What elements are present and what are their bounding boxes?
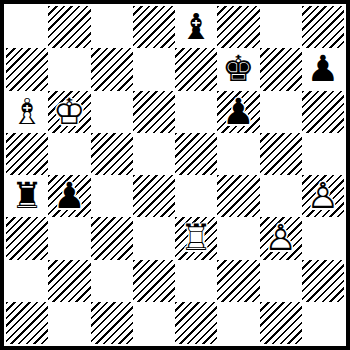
square-f2[interactable]: [217, 260, 259, 302]
black-king-icon: ♚: [217, 48, 259, 90]
square-h5[interactable]: [302, 133, 344, 175]
square-b3[interactable]: [48, 217, 90, 259]
square-b5[interactable]: [48, 133, 90, 175]
white-bishop-icon: ♗: [6, 91, 48, 133]
square-h2[interactable]: [302, 260, 344, 302]
square-b7[interactable]: [48, 48, 90, 90]
square-c8[interactable]: [91, 6, 133, 48]
square-c6[interactable]: [91, 91, 133, 133]
square-a6[interactable]: ♝♗: [6, 91, 48, 133]
white-pawn-icon: ♙: [260, 217, 302, 259]
white-rook-icon: ♖: [175, 217, 217, 259]
square-e1[interactable]: [175, 302, 217, 344]
square-f7[interactable]: ♚♚: [217, 48, 259, 90]
piece-white-bishop[interactable]: ♝♗: [6, 91, 48, 133]
square-g4[interactable]: [260, 175, 302, 217]
square-g6[interactable]: [260, 91, 302, 133]
square-c4[interactable]: [91, 175, 133, 217]
square-h7[interactable]: ♟♟: [302, 48, 344, 90]
square-d6[interactable]: [133, 91, 175, 133]
square-c1[interactable]: [91, 302, 133, 344]
square-e3[interactable]: ♜♖: [175, 217, 217, 259]
square-d7[interactable]: [133, 48, 175, 90]
piece-black-bishop[interactable]: ♝♝: [175, 6, 217, 48]
square-b2[interactable]: [48, 260, 90, 302]
square-a2[interactable]: [6, 260, 48, 302]
black-pawn-icon: ♟: [48, 175, 90, 217]
square-a5[interactable]: [6, 133, 48, 175]
square-f6[interactable]: ♟♟: [217, 91, 259, 133]
piece-black-king[interactable]: ♚♚: [217, 48, 259, 90]
square-d8[interactable]: [133, 6, 175, 48]
black-bishop-icon: ♝: [175, 6, 217, 48]
square-d5[interactable]: [133, 133, 175, 175]
square-h1[interactable]: [302, 302, 344, 344]
square-d1[interactable]: [133, 302, 175, 344]
square-g5[interactable]: [260, 133, 302, 175]
square-b6[interactable]: ♚♔: [48, 91, 90, 133]
piece-black-rook[interactable]: ♜♜: [6, 175, 48, 217]
square-d2[interactable]: [133, 260, 175, 302]
square-h4[interactable]: ♟♙: [302, 175, 344, 217]
square-f3[interactable]: [217, 217, 259, 259]
square-e6[interactable]: [175, 91, 217, 133]
piece-white-pawn[interactable]: ♟♙: [260, 217, 302, 259]
square-g8[interactable]: [260, 6, 302, 48]
square-e4[interactable]: [175, 175, 217, 217]
square-b8[interactable]: [48, 6, 90, 48]
square-a4[interactable]: ♜♜: [6, 175, 48, 217]
square-c5[interactable]: [91, 133, 133, 175]
black-pawn-icon: ♟: [217, 91, 259, 133]
chess-board-frame: ♝♝♚♚♟♟♝♗♚♔♟♟♜♜♟♟♟♙♜♖♟♙: [0, 0, 350, 350]
square-b1[interactable]: [48, 302, 90, 344]
black-rook-icon: ♜: [6, 175, 48, 217]
square-h3[interactable]: [302, 217, 344, 259]
square-b4[interactable]: ♟♟: [48, 175, 90, 217]
square-g1[interactable]: [260, 302, 302, 344]
square-c7[interactable]: [91, 48, 133, 90]
square-d4[interactable]: [133, 175, 175, 217]
piece-black-pawn[interactable]: ♟♟: [302, 48, 344, 90]
chess-board: ♝♝♚♚♟♟♝♗♚♔♟♟♜♜♟♟♟♙♜♖♟♙: [6, 6, 344, 344]
square-c3[interactable]: [91, 217, 133, 259]
square-a3[interactable]: [6, 217, 48, 259]
square-e7[interactable]: [175, 48, 217, 90]
piece-white-king[interactable]: ♚♔: [48, 91, 90, 133]
square-h8[interactable]: [302, 6, 344, 48]
piece-white-pawn[interactable]: ♟♙: [302, 175, 344, 217]
piece-white-rook[interactable]: ♜♖: [175, 217, 217, 259]
square-f8[interactable]: [217, 6, 259, 48]
square-f5[interactable]: [217, 133, 259, 175]
square-g7[interactable]: [260, 48, 302, 90]
piece-black-pawn[interactable]: ♟♟: [48, 175, 90, 217]
square-a1[interactable]: [6, 302, 48, 344]
square-g2[interactable]: [260, 260, 302, 302]
square-h6[interactable]: [302, 91, 344, 133]
white-pawn-icon: ♙: [302, 175, 344, 217]
piece-black-pawn[interactable]: ♟♟: [217, 91, 259, 133]
square-f4[interactable]: [217, 175, 259, 217]
square-f1[interactable]: [217, 302, 259, 344]
square-d3[interactable]: [133, 217, 175, 259]
square-e5[interactable]: [175, 133, 217, 175]
white-king-icon: ♔: [48, 91, 90, 133]
square-c2[interactable]: [91, 260, 133, 302]
black-pawn-icon: ♟: [302, 48, 344, 90]
square-g3[interactable]: ♟♙: [260, 217, 302, 259]
square-e2[interactable]: [175, 260, 217, 302]
square-a8[interactable]: [6, 6, 48, 48]
square-e8[interactable]: ♝♝: [175, 6, 217, 48]
square-a7[interactable]: [6, 48, 48, 90]
